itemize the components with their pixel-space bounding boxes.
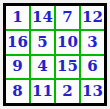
cell-r2c4: 3 [81,31,104,54]
cell-r4c1: 8 [6,80,29,103]
cell-r4c4: 13 [81,80,104,103]
magic-square-board: 1 14 7 12 16 5 10 3 9 4 15 6 8 11 2 13 [3,3,107,106]
cell-r3c3: 15 [56,56,79,79]
cell-r4c2: 11 [31,80,54,103]
cell-r1c3: 7 [56,6,79,29]
cell-r1c4: 12 [81,6,104,29]
cell-r1c1: 1 [6,6,29,29]
cell-r2c2: 5 [31,31,54,54]
cell-r2c1: 16 [6,31,29,54]
cell-r1c2: 14 [31,6,54,29]
cell-r3c2: 4 [31,56,54,79]
cell-r3c4: 6 [81,56,104,79]
cell-r2c3: 10 [56,31,79,54]
cell-r4c3: 2 [56,80,79,103]
cell-r3c1: 9 [6,56,29,79]
